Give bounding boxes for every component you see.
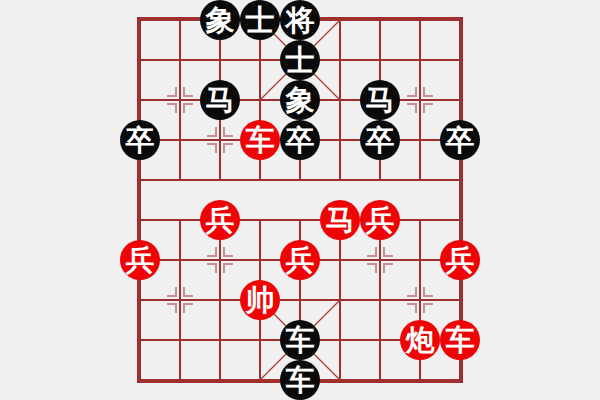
piece-red-soldier[interactable]: 兵 [440, 240, 480, 280]
piece-black-chariot[interactable]: 车 [280, 320, 320, 360]
piece-red-horse[interactable]: 马 [320, 200, 360, 240]
point-marker [224, 264, 233, 273]
point-marker [184, 287, 193, 296]
piece-red-general[interactable]: 帅 [240, 280, 280, 320]
point-marker [167, 104, 176, 113]
piece-red-soldier[interactable]: 兵 [120, 240, 160, 280]
piece-black-soldier[interactable]: 卒 [440, 120, 480, 160]
piece-black-horse[interactable]: 马 [200, 80, 240, 120]
point-marker [224, 127, 233, 136]
point-marker [167, 287, 176, 296]
point-marker [367, 264, 376, 273]
point-marker [224, 247, 233, 256]
piece-black-advisor[interactable]: 士 [280, 40, 320, 80]
point-marker [167, 304, 176, 313]
point-marker [424, 87, 433, 96]
point-marker [184, 304, 193, 313]
xiangqi-board-frame: 象士将士马象马卒车卒卒卒兵马兵兵兵兵帅车炮车车 [0, 0, 600, 400]
point-marker [367, 247, 376, 256]
point-marker [407, 87, 416, 96]
point-marker [424, 104, 433, 113]
piece-black-horse[interactable]: 马 [360, 80, 400, 120]
point-marker [424, 304, 433, 313]
piece-black-elephant[interactable]: 象 [280, 80, 320, 120]
piece-red-cannon[interactable]: 炮 [400, 320, 440, 360]
piece-black-advisor[interactable]: 士 [240, 0, 280, 40]
point-marker [407, 304, 416, 313]
piece-red-chariot[interactable]: 车 [240, 120, 280, 160]
point-marker [407, 287, 416, 296]
point-marker [207, 247, 216, 256]
piece-black-general[interactable]: 将 [280, 0, 320, 40]
point-marker [224, 144, 233, 153]
point-marker [207, 127, 216, 136]
point-marker [207, 264, 216, 273]
point-marker [207, 144, 216, 153]
point-marker [384, 247, 393, 256]
piece-red-chariot[interactable]: 车 [440, 320, 480, 360]
point-marker [184, 87, 193, 96]
piece-red-soldier[interactable]: 兵 [280, 240, 320, 280]
point-marker [184, 104, 193, 113]
piece-black-elephant[interactable]: 象 [200, 0, 240, 40]
piece-black-soldier[interactable]: 卒 [280, 120, 320, 160]
point-marker [424, 287, 433, 296]
piece-black-soldier[interactable]: 卒 [120, 120, 160, 160]
piece-black-chariot[interactable]: 车 [280, 360, 320, 400]
point-marker [384, 264, 393, 273]
piece-red-soldier[interactable]: 兵 [360, 200, 400, 240]
piece-black-soldier[interactable]: 卒 [360, 120, 400, 160]
point-marker [407, 104, 416, 113]
point-marker [167, 87, 176, 96]
piece-red-soldier[interactable]: 兵 [200, 200, 240, 240]
